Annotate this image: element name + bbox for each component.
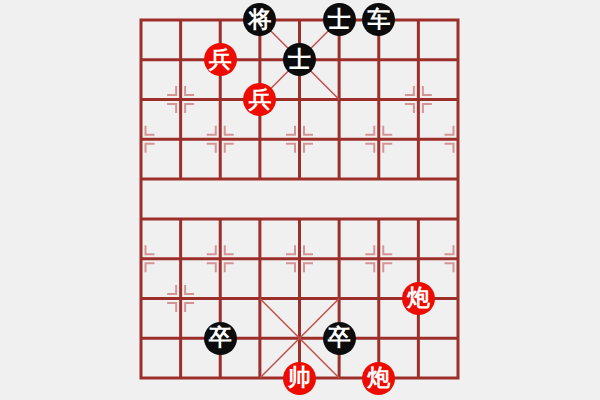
red-soldier[interactable]: 兵 (204, 43, 237, 76)
black-general[interactable]: 将 (243, 3, 276, 36)
black-soldier[interactable]: 卒 (323, 322, 356, 355)
red-cannon[interactable]: 炮 (362, 362, 395, 395)
red-cannon[interactable]: 炮 (402, 282, 435, 315)
xiangqi-board[interactable]: 将士车士兵兵炮卒卒帅炮 (0, 0, 600, 400)
red-general[interactable]: 帅 (283, 362, 316, 395)
black-chariot[interactable]: 车 (362, 3, 395, 36)
black-soldier[interactable]: 卒 (204, 322, 237, 355)
black-advisor[interactable]: 士 (323, 3, 356, 36)
black-advisor[interactable]: 士 (283, 43, 316, 76)
red-soldier[interactable]: 兵 (243, 83, 276, 116)
piece-layer: 将士车士兵兵炮卒卒帅炮 (121, 0, 478, 398)
